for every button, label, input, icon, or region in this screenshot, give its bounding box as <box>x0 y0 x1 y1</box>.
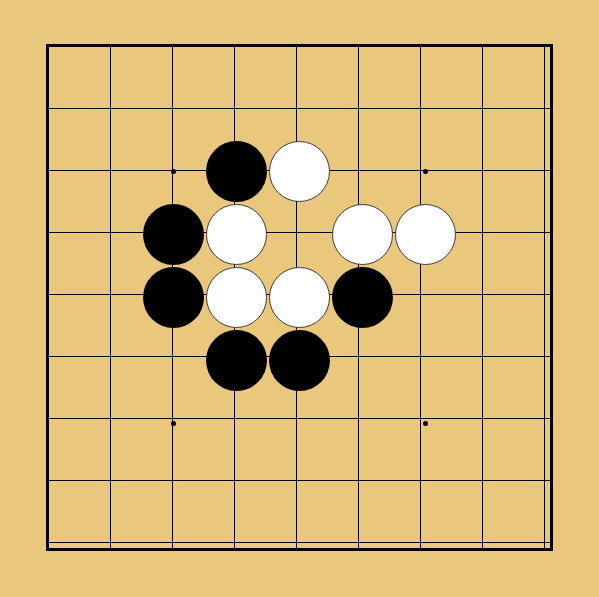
black-stone <box>143 267 204 328</box>
board-point-H9[interactable] <box>457 14 520 77</box>
board-point-D9[interactable] <box>205 14 268 77</box>
board-point-H6[interactable] <box>457 203 520 266</box>
board-point-C9[interactable] <box>142 14 205 77</box>
black-stone <box>143 204 204 265</box>
go-board-background <box>0 0 599 597</box>
board-point-F7[interactable] <box>331 140 394 203</box>
board-point-A5[interactable] <box>16 266 79 329</box>
board-point-F3[interactable] <box>331 392 394 455</box>
board-point-E3[interactable] <box>268 392 331 455</box>
white-stone <box>206 267 267 328</box>
board-point-C5[interactable] <box>142 266 205 329</box>
board-point-A4[interactable] <box>16 329 79 392</box>
board-point-G3[interactable] <box>394 392 457 455</box>
board-point-A7[interactable] <box>16 140 79 203</box>
board-point-D1[interactable] <box>205 518 268 581</box>
board-point-E2[interactable] <box>268 455 331 518</box>
board-point-C3[interactable] <box>142 392 205 455</box>
board-point-D3[interactable] <box>205 392 268 455</box>
board-point-F9[interactable] <box>331 14 394 77</box>
board-point-D5[interactable] <box>205 266 268 329</box>
board-point-F2[interactable] <box>331 455 394 518</box>
board-point-E4[interactable] <box>268 329 331 392</box>
board-point-B7[interactable] <box>79 140 142 203</box>
board-point-B3[interactable] <box>79 392 142 455</box>
board-point-C7[interactable] <box>142 140 205 203</box>
board-point-C1[interactable] <box>142 518 205 581</box>
board-point-C8[interactable] <box>142 77 205 140</box>
board-point-A1[interactable] <box>16 518 79 581</box>
board-point-J3[interactable] <box>520 392 583 455</box>
board-point-G6[interactable] <box>394 203 457 266</box>
board-point-G5[interactable] <box>394 266 457 329</box>
board-point-B5[interactable] <box>79 266 142 329</box>
white-stone <box>206 204 267 265</box>
black-stone <box>206 330 267 391</box>
board-point-J5[interactable] <box>520 266 583 329</box>
board-point-A9[interactable] <box>16 14 79 77</box>
board-point-F5[interactable] <box>331 266 394 329</box>
board-point-D8[interactable] <box>205 77 268 140</box>
black-stone <box>206 141 267 202</box>
board-point-H4[interactable] <box>457 329 520 392</box>
board-point-H2[interactable] <box>457 455 520 518</box>
board-point-E6[interactable] <box>268 203 331 266</box>
white-stone <box>269 267 330 328</box>
board-point-J2[interactable] <box>520 455 583 518</box>
board-point-C2[interactable] <box>142 455 205 518</box>
board-point-H3[interactable] <box>457 392 520 455</box>
board-point-B1[interactable] <box>79 518 142 581</box>
board-point-B2[interactable] <box>79 455 142 518</box>
white-stone <box>269 141 330 202</box>
board-point-J7[interactable] <box>520 140 583 203</box>
board-point-D6[interactable] <box>205 203 268 266</box>
board-point-D4[interactable] <box>205 329 268 392</box>
board-point-D7[interactable] <box>205 140 268 203</box>
board-point-H7[interactable] <box>457 140 520 203</box>
board-point-E5[interactable] <box>268 266 331 329</box>
board-point-B4[interactable] <box>79 329 142 392</box>
board-point-E7[interactable] <box>268 140 331 203</box>
board-point-F8[interactable] <box>331 77 394 140</box>
board-point-J6[interactable] <box>520 203 583 266</box>
board-point-A8[interactable] <box>16 77 79 140</box>
board-point-E1[interactable] <box>268 518 331 581</box>
board-point-G8[interactable] <box>394 77 457 140</box>
board-point-H8[interactable] <box>457 77 520 140</box>
board-point-H5[interactable] <box>457 266 520 329</box>
board-point-G4[interactable] <box>394 329 457 392</box>
board-point-J1[interactable] <box>520 518 583 581</box>
black-stone <box>332 267 393 328</box>
black-stone <box>269 330 330 391</box>
board-point-G7[interactable] <box>394 140 457 203</box>
go-board[interactable] <box>16 14 583 581</box>
board-point-B8[interactable] <box>79 77 142 140</box>
board-point-B9[interactable] <box>79 14 142 77</box>
board-point-C4[interactable] <box>142 329 205 392</box>
board-point-C6[interactable] <box>142 203 205 266</box>
white-stone <box>395 204 456 265</box>
board-point-A2[interactable] <box>16 455 79 518</box>
board-point-F4[interactable] <box>331 329 394 392</box>
board-point-F1[interactable] <box>331 518 394 581</box>
board-point-E8[interactable] <box>268 77 331 140</box>
board-point-G9[interactable] <box>394 14 457 77</box>
board-point-D2[interactable] <box>205 455 268 518</box>
board-point-G1[interactable] <box>394 518 457 581</box>
board-point-B6[interactable] <box>79 203 142 266</box>
board-point-J9[interactable] <box>520 14 583 77</box>
white-stone <box>332 204 393 265</box>
board-point-A3[interactable] <box>16 392 79 455</box>
board-point-E9[interactable] <box>268 14 331 77</box>
board-point-F6[interactable] <box>331 203 394 266</box>
board-point-G2[interactable] <box>394 455 457 518</box>
board-point-J8[interactable] <box>520 77 583 140</box>
board-point-A6[interactable] <box>16 203 79 266</box>
board-point-H1[interactable] <box>457 518 520 581</box>
board-point-J4[interactable] <box>520 329 583 392</box>
